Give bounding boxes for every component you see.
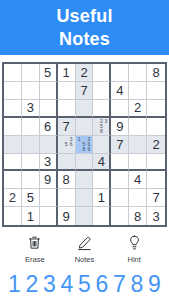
cell-r1c7[interactable] bbox=[111, 64, 129, 82]
cell-digit: 4 bbox=[98, 154, 105, 169]
cell-r6c9[interactable] bbox=[147, 154, 165, 172]
notes-button[interactable]: Notes bbox=[62, 234, 106, 264]
cell-digit: 7 bbox=[116, 137, 123, 152]
cell-r7c9[interactable] bbox=[147, 171, 165, 189]
cell-r2c2[interactable] bbox=[22, 82, 40, 100]
cell-r8c8[interactable] bbox=[129, 189, 147, 207]
cell-digit: 7 bbox=[152, 190, 159, 205]
cell-r4c1[interactable] bbox=[4, 118, 22, 136]
cell-r3c5[interactable] bbox=[76, 100, 94, 118]
cell-r9c9[interactable]: 3 bbox=[147, 207, 165, 225]
cell-r1c1[interactable] bbox=[4, 64, 22, 82]
cell-r6c1[interactable] bbox=[4, 154, 22, 172]
cell-digit: 8 bbox=[62, 172, 69, 187]
cell-r9c7[interactable] bbox=[111, 207, 129, 225]
cell-r7c5[interactable] bbox=[76, 171, 94, 189]
lightbulb-icon bbox=[126, 234, 143, 254]
cell-r2c3[interactable] bbox=[40, 82, 58, 100]
numpad-4[interactable]: 4 bbox=[60, 271, 75, 297]
cell-r2c7[interactable]: 4 bbox=[111, 82, 129, 100]
cell-r4c2[interactable] bbox=[22, 118, 40, 136]
cell-digit: 8 bbox=[152, 65, 159, 80]
cell-r5c8[interactable] bbox=[129, 136, 147, 154]
cell-r4c4[interactable]: 7 bbox=[58, 118, 76, 136]
numpad-7[interactable]: 7 bbox=[112, 271, 127, 297]
cell-r8c3[interactable] bbox=[40, 189, 58, 207]
cell-r9c6[interactable] bbox=[93, 207, 111, 225]
numpad: 123456789 bbox=[0, 271, 169, 297]
cell-r8c5[interactable] bbox=[76, 189, 94, 207]
cell-r7c1[interactable] bbox=[4, 171, 22, 189]
cell-r3c9[interactable] bbox=[147, 100, 165, 118]
cell-r6c4[interactable] bbox=[58, 154, 76, 172]
cell-r9c4[interactable]: 9 bbox=[58, 207, 76, 225]
cell-r5c7[interactable]: 7 bbox=[111, 136, 129, 154]
numpad-8[interactable]: 8 bbox=[130, 271, 145, 297]
numpad-2[interactable]: 2 bbox=[25, 271, 40, 297]
cell-r3c3[interactable] bbox=[40, 100, 58, 118]
cell-r4c3[interactable]: 6 bbox=[40, 118, 58, 136]
cell-r7c3[interactable]: 9 bbox=[40, 171, 58, 189]
cell-r6c7[interactable] bbox=[111, 154, 129, 172]
cell-r8c2[interactable]: 5 bbox=[22, 189, 40, 207]
cell-r5c5[interactable]: 135689 bbox=[76, 136, 94, 154]
cell-digit: 2 bbox=[134, 100, 141, 115]
cell-r1c3[interactable]: 5 bbox=[40, 64, 58, 82]
notes-grid: 356 bbox=[58, 136, 75, 153]
header-line2: Notes bbox=[59, 28, 110, 51]
cell-r7c7[interactable] bbox=[111, 171, 129, 189]
cell-digit: 7 bbox=[80, 83, 87, 98]
cell-r3c4[interactable] bbox=[58, 100, 76, 118]
note-digit bbox=[104, 129, 109, 134]
cell-digit: 6 bbox=[44, 119, 51, 134]
notes-label: Notes bbox=[75, 255, 95, 264]
cell-r6c6[interactable]: 4 bbox=[93, 154, 111, 172]
cell-r7c8[interactable]: 4 bbox=[129, 171, 147, 189]
cell-digit: 2 bbox=[80, 65, 87, 80]
cell-digit: 9 bbox=[62, 209, 69, 224]
cell-digit: 3 bbox=[44, 154, 51, 169]
cell-digit: 1 bbox=[62, 65, 69, 80]
toolbar: Erase Notes Hint bbox=[0, 234, 169, 264]
cell-r4c8[interactable] bbox=[129, 118, 147, 136]
cell-r4c9[interactable] bbox=[147, 118, 165, 136]
erase-button[interactable]: Erase bbox=[13, 234, 57, 264]
cell-digit: 1 bbox=[98, 190, 105, 205]
note-digit: 9 bbox=[86, 147, 91, 152]
cell-r9c8[interactable]: 8 bbox=[129, 207, 147, 225]
cell-r2c1[interactable] bbox=[4, 82, 22, 100]
notes-grid: 2358 bbox=[93, 118, 109, 135]
cell-r4c6[interactable]: 2358 bbox=[93, 118, 111, 136]
cell-r1c5[interactable]: 2 bbox=[76, 64, 94, 82]
numpad-6[interactable]: 6 bbox=[95, 271, 110, 297]
cell-r6c3[interactable]: 3 bbox=[40, 154, 58, 172]
sudoku-board: 512874326723589356135689723498425171983 bbox=[2, 62, 167, 227]
cell-r3c7[interactable] bbox=[111, 100, 129, 118]
cell-r8c1[interactable]: 2 bbox=[4, 189, 22, 207]
cell-r1c9[interactable]: 8 bbox=[147, 64, 165, 82]
cell-r5c9[interactable]: 2 bbox=[147, 136, 165, 154]
cell-r4c5[interactable] bbox=[76, 118, 94, 136]
cell-r9c1[interactable] bbox=[4, 207, 22, 225]
cell-r2c5[interactable]: 7 bbox=[76, 82, 94, 100]
cell-r3c6[interactable] bbox=[93, 100, 111, 118]
cell-r8c6[interactable]: 1 bbox=[93, 189, 111, 207]
cell-r3c8[interactable]: 2 bbox=[129, 100, 147, 118]
erase-label: Erase bbox=[25, 255, 45, 264]
cell-r3c2[interactable]: 3 bbox=[22, 100, 40, 118]
numpad-1[interactable]: 1 bbox=[7, 271, 22, 297]
hint-button[interactable]: Hint bbox=[112, 234, 156, 264]
cell-r2c4[interactable] bbox=[58, 82, 76, 100]
cell-r6c8[interactable] bbox=[129, 154, 147, 172]
numpad-3[interactable]: 3 bbox=[42, 271, 57, 297]
cell-r3c1[interactable] bbox=[4, 100, 22, 118]
cell-digit: 9 bbox=[116, 119, 123, 134]
hint-label: Hint bbox=[127, 255, 140, 264]
cell-r1c6[interactable] bbox=[93, 64, 111, 82]
note-digit bbox=[69, 147, 74, 152]
cell-r8c7[interactable] bbox=[111, 189, 129, 207]
cell-r4c7[interactable]: 9 bbox=[111, 118, 129, 136]
cell-digit: 7 bbox=[62, 119, 69, 134]
cell-r6c5[interactable] bbox=[76, 154, 94, 172]
cell-digit: 9 bbox=[44, 172, 51, 187]
cell-r1c8[interactable] bbox=[129, 64, 147, 82]
cell-digit: 8 bbox=[134, 209, 141, 224]
cell-r9c2[interactable]: 1 bbox=[22, 207, 40, 225]
cell-r5c3[interactable] bbox=[40, 136, 58, 154]
cell-r9c5[interactable] bbox=[76, 207, 94, 225]
cell-digit: 5 bbox=[27, 190, 34, 205]
cell-digit: 4 bbox=[134, 172, 141, 187]
cell-r8c4[interactable] bbox=[58, 189, 76, 207]
header-line1: Useful bbox=[56, 5, 112, 28]
cell-digit: 2 bbox=[152, 137, 159, 152]
numpad-9[interactable]: 9 bbox=[147, 271, 162, 297]
cell-r2c9[interactable] bbox=[147, 82, 165, 100]
cell-r1c4[interactable]: 1 bbox=[58, 64, 76, 82]
cell-r5c2[interactable] bbox=[22, 136, 40, 154]
cell-r6c2[interactable] bbox=[22, 154, 40, 172]
notes-grid: 135689 bbox=[76, 136, 93, 153]
numpad-5[interactable]: 5 bbox=[77, 271, 92, 297]
sudoku-app: Useful Notes 512874326723589356135689723… bbox=[0, 0, 169, 300]
cell-r2c6[interactable] bbox=[93, 82, 111, 100]
pencil-icon bbox=[76, 234, 93, 254]
cell-digit: 5 bbox=[44, 65, 51, 80]
cell-digit: 4 bbox=[116, 83, 123, 98]
cell-r8c9[interactable]: 7 bbox=[147, 189, 165, 207]
cell-r2c8[interactable] bbox=[129, 82, 147, 100]
cell-digit: 3 bbox=[27, 100, 34, 115]
cell-r5c6[interactable] bbox=[93, 136, 111, 154]
cell-r5c4[interactable]: 356 bbox=[58, 136, 76, 154]
cell-r9c3[interactable] bbox=[40, 207, 58, 225]
cell-r7c6[interactable] bbox=[93, 171, 111, 189]
cell-r7c4[interactable]: 8 bbox=[58, 171, 76, 189]
cell-r1c2[interactable] bbox=[22, 64, 40, 82]
cell-r5c1[interactable] bbox=[4, 136, 22, 154]
cell-digit: 3 bbox=[152, 209, 159, 224]
header-banner: Useful Notes bbox=[0, 0, 169, 55]
cell-r7c2[interactable] bbox=[22, 171, 40, 189]
board-wrap: 512874326723589356135689723498425171983 bbox=[0, 62, 169, 227]
cell-digit: 1 bbox=[27, 209, 34, 224]
cell-digit: 2 bbox=[9, 190, 16, 205]
trash-icon bbox=[26, 234, 43, 254]
